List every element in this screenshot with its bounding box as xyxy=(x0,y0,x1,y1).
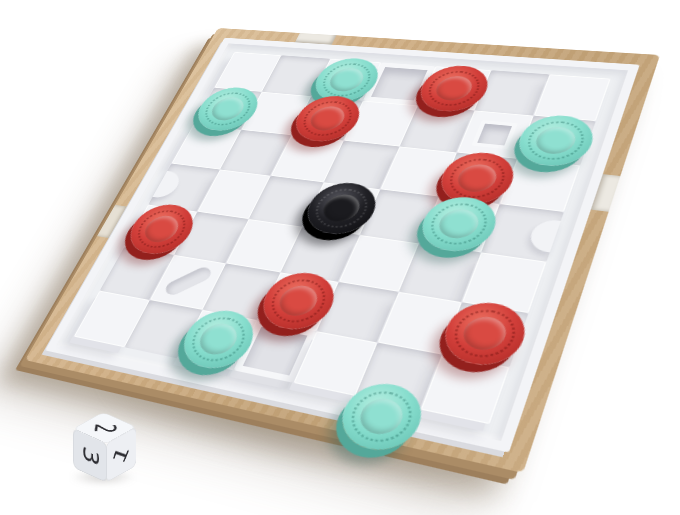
die[interactable]: 2 3 1 xyxy=(58,402,150,494)
die-left-value: 3 xyxy=(79,443,101,469)
stage: 2 3 1 xyxy=(0,0,680,515)
die-top-value: 2 xyxy=(90,423,120,433)
die-right-value: 1 xyxy=(110,443,133,466)
